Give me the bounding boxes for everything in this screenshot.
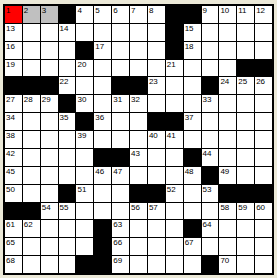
cell-r7c12[interactable]	[202, 113, 219, 130]
cell-r15c9[interactable]	[148, 256, 165, 273]
clue-number-28: 28	[24, 95, 33, 104]
cell-r10c6[interactable]: 46	[94, 167, 111, 184]
cell-r15c14[interactable]	[237, 256, 254, 273]
clue-number-54: 54	[42, 203, 51, 212]
clue-number-66: 66	[113, 238, 122, 247]
clue-number-61: 61	[6, 220, 15, 229]
black-square-r4c14	[237, 60, 254, 77]
cell-r9c15[interactable]	[255, 149, 272, 166]
black-square-r9c11	[184, 149, 201, 166]
cell-r1c15[interactable]: 12	[255, 6, 272, 23]
cell-r5c5[interactable]	[76, 77, 93, 94]
cell-r10c14[interactable]	[237, 167, 254, 184]
cell-r14c5[interactable]	[76, 238, 93, 255]
cell-r14c2[interactable]	[23, 238, 40, 255]
black-square-r12c1	[5, 203, 22, 220]
cell-r6c3[interactable]: 29	[41, 95, 58, 112]
cell-r5c9[interactable]: 23	[148, 77, 165, 94]
cell-r5c13[interactable]: 24	[219, 77, 236, 94]
cell-r3c12[interactable]	[202, 42, 219, 59]
active-cell[interactable]: 1	[5, 6, 22, 23]
cell-r10c10[interactable]	[166, 167, 183, 184]
cell-r9c3[interactable]	[41, 149, 58, 166]
cell-r14c7[interactable]: 66	[112, 238, 129, 255]
clue-number-25: 25	[238, 77, 247, 86]
cell-r15c13[interactable]: 70	[219, 256, 236, 273]
black-square-r11c15	[255, 185, 272, 202]
clue-number-42: 42	[6, 149, 15, 158]
cell-r2c15[interactable]	[255, 24, 272, 41]
cell-r15c15[interactable]	[255, 256, 272, 273]
cell-r13c7[interactable]: 63	[112, 220, 129, 237]
clue-number-65: 65	[6, 238, 15, 247]
cell-r7c6[interactable]: 36	[94, 113, 111, 130]
cell-r8c8[interactable]	[130, 131, 147, 148]
cell-r10c8[interactable]	[130, 167, 147, 184]
clue-number-15: 15	[185, 24, 194, 33]
cell-r2c6[interactable]	[94, 24, 111, 41]
cell-r13c15[interactable]	[255, 220, 272, 237]
cell-r9c4[interactable]	[59, 149, 76, 166]
cell-r7c15[interactable]	[255, 113, 272, 130]
cell-r8c10[interactable]: 41	[166, 131, 183, 148]
clue-number-16: 16	[6, 42, 15, 51]
cell-r11c3[interactable]	[41, 185, 58, 202]
clue-number-48: 48	[185, 167, 194, 176]
cell-r9c13[interactable]	[219, 149, 236, 166]
cell-r12c13[interactable]: 58	[219, 203, 236, 220]
cell-r2c9[interactable]	[148, 24, 165, 41]
cell-r10c4[interactable]	[59, 167, 76, 184]
clue-number-13: 13	[6, 24, 15, 33]
clue-number-27: 27	[6, 95, 15, 104]
cell-r8c13[interactable]	[219, 131, 236, 148]
black-square-r7c10	[166, 113, 183, 130]
cell-r14c11[interactable]: 67	[184, 238, 201, 255]
cell-r14c13[interactable]	[219, 238, 236, 255]
black-square-r11c13	[219, 185, 236, 202]
clue-number-34: 34	[6, 113, 15, 122]
cell-r2c8[interactable]	[130, 24, 147, 41]
clue-number-3: 3	[42, 6, 46, 15]
cell-r7c8[interactable]	[130, 113, 147, 130]
clue-number-33: 33	[203, 95, 212, 104]
cell-r9c1[interactable]: 42	[5, 149, 22, 166]
cell-r8c14[interactable]	[237, 131, 254, 148]
cell-r11c12[interactable]: 53	[202, 185, 219, 202]
cell-r4c9[interactable]	[148, 60, 165, 77]
clue-number-29: 29	[42, 95, 51, 104]
cell-r4c11[interactable]	[184, 60, 201, 77]
cell-r4c12[interactable]	[202, 60, 219, 77]
cell-r2c14[interactable]	[237, 24, 254, 41]
cell-r2c1[interactable]: 13	[5, 24, 22, 41]
cell-r1c3[interactable]: 3	[41, 6, 58, 23]
cell-r12c5[interactable]	[76, 203, 93, 220]
black-square-r14c6	[94, 238, 111, 255]
cell-r12c15[interactable]: 60	[255, 203, 272, 220]
cell-r3c1[interactable]: 16	[5, 42, 22, 59]
cell-r10c1[interactable]: 45	[5, 167, 22, 184]
cell-r5c11[interactable]	[184, 77, 201, 94]
cell-r8c2[interactable]	[23, 131, 40, 148]
clue-number-68: 68	[6, 256, 15, 265]
cell-r2c5[interactable]	[76, 24, 93, 41]
cell-r3c6[interactable]: 17	[94, 42, 111, 59]
clue-number-45: 45	[6, 167, 15, 176]
black-square-r1c10	[166, 6, 183, 23]
cell-r6c15[interactable]	[255, 95, 272, 112]
cell-r2c3[interactable]	[41, 24, 58, 41]
black-square-r7c5	[76, 113, 93, 130]
clue-number-70: 70	[220, 256, 229, 265]
cell-r12c10[interactable]	[166, 203, 183, 220]
cell-r10c15[interactable]	[255, 167, 272, 184]
black-square-r1c11	[184, 6, 201, 23]
black-square-r2c10	[166, 24, 183, 41]
cell-r4c13[interactable]	[219, 60, 236, 77]
cell-r12c7[interactable]	[112, 203, 129, 220]
cell-r3c11[interactable]: 18	[184, 42, 201, 59]
cell-r12c9[interactable]: 57	[148, 203, 165, 220]
clue-number-47: 47	[113, 167, 122, 176]
cell-r15c1[interactable]: 68	[5, 256, 22, 273]
cell-r3c7[interactable]	[112, 42, 129, 59]
black-square-r3c5	[76, 42, 93, 59]
clue-number-43: 43	[131, 149, 140, 158]
cell-r14c15[interactable]	[255, 238, 272, 255]
clue-number-4: 4	[77, 6, 81, 15]
cell-r9c5[interactable]	[76, 149, 93, 166]
cell-r15c11[interactable]	[184, 256, 201, 273]
cell-r1c6[interactable]: 5	[94, 6, 111, 23]
clue-number-40: 40	[149, 131, 158, 140]
clue-number-69: 69	[113, 256, 122, 265]
clue-number-50: 50	[6, 185, 15, 194]
cell-r8c4[interactable]	[59, 131, 76, 148]
cell-r14c9[interactable]	[148, 238, 165, 255]
cell-r8c3[interactable]	[41, 131, 58, 148]
cell-r8c6[interactable]	[94, 131, 111, 148]
cell-r11c2[interactable]	[23, 185, 40, 202]
cell-r15c3[interactable]	[41, 256, 58, 273]
cell-r3c2[interactable]	[23, 42, 40, 59]
cell-r9c2[interactable]	[23, 149, 40, 166]
cell-r2c2[interactable]	[23, 24, 40, 41]
cell-r13c2[interactable]: 62	[23, 220, 40, 237]
clue-number-18: 18	[185, 42, 194, 51]
clue-number-36: 36	[95, 113, 104, 122]
black-square-r1c4	[59, 6, 76, 23]
cell-r12c6[interactable]	[94, 203, 111, 220]
cell-r7c11[interactable]: 37	[184, 113, 201, 130]
clue-number-67: 67	[185, 238, 194, 247]
cell-r1c13[interactable]: 10	[219, 6, 236, 23]
cell-r2c7[interactable]	[112, 24, 129, 41]
cell-r6c14[interactable]	[237, 95, 254, 112]
clue-number-53: 53	[203, 185, 212, 194]
clue-number-35: 35	[60, 113, 69, 122]
clue-number-46: 46	[95, 167, 104, 176]
cell-r14c10[interactable]	[166, 238, 183, 255]
clue-number-26: 26	[256, 77, 265, 86]
clue-number-59: 59	[238, 203, 247, 212]
cell-r4c3[interactable]	[41, 60, 58, 77]
cell-r12c3[interactable]: 54	[41, 203, 58, 220]
cell-r14c4[interactable]	[59, 238, 76, 255]
cell-r12c11[interactable]	[184, 203, 201, 220]
clue-number-37: 37	[185, 113, 194, 122]
cell-r10c9[interactable]	[148, 167, 165, 184]
cell-r6c5[interactable]: 30	[76, 95, 93, 112]
clue-number-2: 2	[24, 6, 28, 15]
cell-r10c13[interactable]: 49	[219, 167, 236, 184]
cell-r3c4[interactable]	[59, 42, 76, 59]
cell-r2c4[interactable]: 14	[59, 24, 76, 41]
clue-number-32: 32	[131, 95, 140, 104]
clue-number-19: 19	[6, 60, 15, 69]
black-square-r5c2	[23, 77, 40, 94]
cell-r8c1[interactable]: 38	[5, 131, 22, 148]
cell-r14c1[interactable]: 65	[5, 238, 22, 255]
cell-r8c5[interactable]: 39	[76, 131, 93, 148]
clue-number-21: 21	[167, 60, 176, 69]
cell-r15c7[interactable]: 69	[112, 256, 129, 273]
cell-r6c7[interactable]: 31	[112, 95, 129, 112]
black-square-r11c14	[237, 185, 254, 202]
clue-number-58: 58	[220, 203, 229, 212]
cell-r5c6[interactable]	[94, 77, 111, 94]
clue-number-24: 24	[220, 77, 229, 86]
black-square-r9c7	[112, 149, 129, 166]
cell-r13c13[interactable]	[219, 220, 236, 237]
cell-r2c12[interactable]	[202, 24, 219, 41]
clue-number-39: 39	[77, 131, 86, 140]
cell-r11c11[interactable]	[184, 185, 201, 202]
clue-number-7: 7	[131, 6, 135, 15]
crossword-board: 1234567891011121314151617181920212223242…	[3, 4, 274, 275]
cell-r11c1[interactable]: 50	[5, 185, 22, 202]
cell-r1c8[interactable]: 7	[130, 6, 147, 23]
clue-number-5: 5	[95, 6, 99, 15]
cell-r8c9[interactable]: 40	[148, 131, 165, 148]
black-square-r7c9	[148, 113, 165, 130]
cell-r15c2[interactable]	[23, 256, 40, 273]
cell-r12c14[interactable]: 59	[237, 203, 254, 220]
cell-r6c2[interactable]: 28	[23, 95, 40, 112]
cell-r10c7[interactable]: 47	[112, 167, 129, 184]
cell-r1c9[interactable]: 8	[148, 6, 165, 23]
black-square-r12c2	[23, 203, 40, 220]
cell-r5c10[interactable]	[166, 77, 183, 94]
cell-r6c11[interactable]	[184, 95, 201, 112]
cell-r7c1[interactable]: 34	[5, 113, 22, 130]
black-square-r11c4	[59, 185, 76, 202]
cell-r12c8[interactable]: 56	[130, 203, 147, 220]
cell-r10c5[interactable]	[76, 167, 93, 184]
cell-r2c11[interactable]: 15	[184, 24, 201, 41]
clue-number-64: 64	[203, 220, 212, 229]
cell-r13c12[interactable]: 64	[202, 220, 219, 237]
clue-number-55: 55	[60, 203, 69, 212]
black-square-r5c7	[112, 77, 129, 94]
clue-number-56: 56	[131, 203, 140, 212]
cell-r1c2[interactable]: 2	[23, 6, 40, 23]
clue-number-62: 62	[24, 220, 33, 229]
black-square-r5c8	[130, 77, 147, 94]
cell-r6c1[interactable]: 27	[5, 95, 22, 112]
cell-r15c8[interactable]	[130, 256, 147, 273]
cell-r7c2[interactable]	[23, 113, 40, 130]
cell-r13c3[interactable]	[41, 220, 58, 237]
cell-r2c13[interactable]	[219, 24, 236, 41]
cell-r8c12[interactable]	[202, 131, 219, 148]
clue-number-52: 52	[167, 185, 176, 194]
clue-number-10: 10	[220, 6, 229, 15]
clue-number-44: 44	[203, 149, 212, 158]
cell-r6c13[interactable]	[219, 95, 236, 112]
clue-number-6: 6	[113, 6, 117, 15]
cell-r12c12[interactable]	[202, 203, 219, 220]
clue-number-11: 11	[238, 6, 246, 15]
cell-r5c4[interactable]: 22	[59, 77, 76, 94]
cell-r7c7[interactable]	[112, 113, 129, 130]
cell-r14c3[interactable]	[41, 238, 58, 255]
cell-r7c14[interactable]	[237, 113, 254, 130]
cell-r9c12[interactable]: 44	[202, 149, 219, 166]
clue-number-41: 41	[167, 131, 176, 140]
black-square-r13c6	[94, 220, 111, 237]
clue-number-49: 49	[220, 167, 229, 176]
cell-r7c3[interactable]	[41, 113, 58, 130]
cell-r13c9[interactable]	[148, 220, 165, 237]
clue-number-22: 22	[60, 77, 69, 86]
cell-r3c8[interactable]	[130, 42, 147, 59]
cell-r9c8[interactable]: 43	[130, 149, 147, 166]
clue-number-57: 57	[149, 203, 158, 212]
cell-r10c2[interactable]	[23, 167, 40, 184]
cell-r8c15[interactable]	[255, 131, 272, 148]
cell-r13c1[interactable]: 61	[5, 220, 22, 237]
cell-r13c4[interactable]	[59, 220, 76, 237]
black-square-r9c6	[94, 149, 111, 166]
cell-r4c7[interactable]	[112, 60, 129, 77]
black-square-r11c8	[130, 185, 147, 202]
clue-number-17: 17	[95, 42, 104, 51]
cell-r1c14[interactable]: 11	[237, 6, 254, 23]
black-square-r10c12	[202, 167, 219, 184]
cell-r11c7[interactable]	[112, 185, 129, 202]
cell-r7c13[interactable]	[219, 113, 236, 130]
clue-number-51: 51	[77, 185, 86, 194]
cell-r9c9[interactable]	[148, 149, 165, 166]
black-square-r3c10	[166, 42, 183, 59]
cell-r15c10[interactable]	[166, 256, 183, 273]
black-square-r15c12	[202, 256, 219, 273]
clue-number-23: 23	[149, 77, 158, 86]
cell-r5c14[interactable]: 25	[237, 77, 254, 94]
clue-number-30: 30	[77, 95, 86, 104]
cell-r6c8[interactable]: 32	[130, 95, 147, 112]
cell-r6c10[interactable]	[166, 95, 183, 112]
clue-number-14: 14	[60, 24, 69, 33]
cell-r1c12[interactable]: 9	[202, 6, 219, 23]
clue-number-38: 38	[6, 131, 15, 140]
cell-r13c14[interactable]	[237, 220, 254, 237]
cell-r4c10[interactable]: 21	[166, 60, 183, 77]
cell-r11c10[interactable]: 52	[166, 185, 183, 202]
cell-r8c7[interactable]	[112, 131, 129, 148]
cell-r4c4[interactable]	[59, 60, 76, 77]
cell-r10c3[interactable]	[41, 167, 58, 184]
cell-r8c11[interactable]	[184, 131, 201, 148]
cell-r14c8[interactable]	[130, 238, 147, 255]
cell-r13c8[interactable]	[130, 220, 147, 237]
cell-r9c10[interactable]	[166, 149, 183, 166]
cell-r12c4[interactable]: 55	[59, 203, 76, 220]
black-square-r15c5	[76, 256, 93, 273]
clue-number-63: 63	[113, 220, 122, 229]
black-square-r11c9	[148, 185, 165, 202]
cell-r9c14[interactable]	[237, 149, 254, 166]
cell-r10c11[interactable]: 48	[184, 167, 201, 184]
clue-number-60: 60	[256, 203, 265, 212]
cell-r6c12[interactable]: 33	[202, 95, 219, 112]
clue-number-8: 8	[149, 6, 153, 15]
clue-number-31: 31	[113, 95, 122, 104]
cell-r7c4[interactable]: 35	[59, 113, 76, 130]
cell-r4c8[interactable]	[130, 60, 147, 77]
black-square-r5c12	[202, 77, 219, 94]
clue-number-9: 9	[203, 6, 207, 15]
cell-r1c7[interactable]: 6	[112, 6, 129, 23]
cell-r6c9[interactable]	[148, 95, 165, 112]
cell-r15c4[interactable]	[59, 256, 76, 273]
cell-r13c5[interactable]	[76, 220, 93, 237]
black-square-r5c3	[41, 77, 58, 94]
cell-r3c9[interactable]	[148, 42, 165, 59]
cell-r4c5[interactable]: 20	[76, 60, 93, 77]
cell-r3c14[interactable]	[237, 42, 254, 59]
clue-number-1: 1	[6, 6, 10, 15]
cell-r1c5[interactable]: 4	[76, 6, 93, 23]
cell-r11c5[interactable]: 51	[76, 185, 93, 202]
cell-r3c15[interactable]	[255, 42, 272, 59]
cell-r4c1[interactable]: 19	[5, 60, 22, 77]
cell-r11c6[interactable]	[94, 185, 111, 202]
clue-number-20: 20	[77, 60, 86, 69]
clue-number-12: 12	[256, 6, 265, 15]
black-square-r6c4	[59, 95, 76, 112]
black-square-r4c15	[255, 60, 272, 77]
cell-r13c10[interactable]	[166, 220, 183, 237]
cell-r6c6[interactable]	[94, 95, 111, 112]
cell-r14c14[interactable]	[237, 238, 254, 255]
cell-r3c13[interactable]	[219, 42, 236, 59]
black-square-r13c11	[184, 220, 201, 237]
cell-r4c6[interactable]	[94, 60, 111, 77]
black-square-r5c1	[5, 77, 22, 94]
cell-r3c3[interactable]	[41, 42, 58, 59]
cell-r4c2[interactable]	[23, 60, 40, 77]
cell-r5c15[interactable]: 26	[255, 77, 272, 94]
black-square-r15c6	[94, 256, 111, 273]
cell-r14c12[interactable]	[202, 238, 219, 255]
